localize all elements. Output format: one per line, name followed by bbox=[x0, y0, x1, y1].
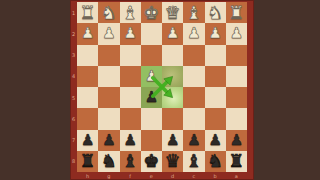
square-b2[interactable]: ♟ bbox=[205, 23, 226, 44]
file-label-h: h bbox=[77, 172, 98, 180]
square-a5[interactable] bbox=[226, 87, 247, 108]
square-b4[interactable] bbox=[205, 66, 226, 87]
square-c7[interactable]: ♟ bbox=[183, 130, 204, 151]
piece-black-pawn-c7[interactable]: ♟ bbox=[183, 130, 204, 151]
piece-black-bishop-f8[interactable]: ♝ bbox=[120, 151, 141, 172]
square-g7[interactable]: ♟ bbox=[98, 130, 119, 151]
piece-white-pawn-a2[interactable]: ♟ bbox=[226, 23, 247, 44]
piece-white-pawn-g2[interactable]: ♟ bbox=[98, 23, 119, 44]
square-f2[interactable]: ♟ bbox=[120, 23, 141, 44]
square-f5[interactable] bbox=[120, 87, 141, 108]
piece-black-pawn-e5[interactable]: ♟ bbox=[141, 87, 162, 108]
square-h6[interactable] bbox=[77, 108, 98, 129]
rank-label-8: 8 bbox=[70, 151, 77, 172]
piece-black-pawn-a7[interactable]: ♟ bbox=[226, 130, 247, 151]
rank-label-6: 6 bbox=[70, 108, 77, 129]
square-a2[interactable]: ♟ bbox=[226, 23, 247, 44]
square-c4[interactable] bbox=[183, 66, 204, 87]
file-label-f: f bbox=[120, 172, 141, 180]
piece-black-king-e8[interactable]: ♚ bbox=[141, 151, 162, 172]
file-labels: hgfedcba bbox=[77, 172, 247, 180]
piece-black-pawn-d7[interactable]: ♟ bbox=[162, 130, 183, 151]
square-d1[interactable]: ♛ bbox=[162, 2, 183, 23]
file-label-a: a bbox=[226, 172, 247, 180]
file-label-d: d bbox=[162, 172, 183, 180]
square-f3[interactable] bbox=[120, 45, 141, 66]
square-d7[interactable]: ♟ bbox=[162, 130, 183, 151]
square-h8[interactable]: ♜ bbox=[77, 151, 98, 172]
square-c6[interactable] bbox=[183, 108, 204, 129]
square-e3[interactable] bbox=[141, 45, 162, 66]
square-e7[interactable] bbox=[141, 130, 162, 151]
chess-board-frame: 12345678 hgfedcba ♜♞♝♚♛♝♞♜♟♟♟♟♟♟♟♟♟♟♟♟♟♟… bbox=[70, 0, 254, 180]
square-c3[interactable] bbox=[183, 45, 204, 66]
piece-black-knight-g8[interactable]: ♞ bbox=[98, 151, 119, 172]
piece-black-queen-d8[interactable]: ♛ bbox=[162, 151, 183, 172]
square-e8[interactable]: ♚ bbox=[141, 151, 162, 172]
piece-black-pawn-f7[interactable]: ♟ bbox=[120, 130, 141, 151]
square-c8[interactable]: ♝ bbox=[183, 151, 204, 172]
square-e1[interactable]: ♚ bbox=[141, 2, 162, 23]
piece-black-bishop-c8[interactable]: ♝ bbox=[183, 151, 204, 172]
square-f7[interactable]: ♟ bbox=[120, 130, 141, 151]
piece-white-knight-g1[interactable]: ♞ bbox=[98, 2, 119, 23]
square-e6[interactable] bbox=[141, 108, 162, 129]
square-b3[interactable] bbox=[205, 45, 226, 66]
rank-label-1: 1 bbox=[70, 2, 77, 23]
square-h3[interactable] bbox=[77, 45, 98, 66]
square-h2[interactable]: ♟ bbox=[77, 23, 98, 44]
square-d5[interactable] bbox=[162, 87, 183, 108]
square-a7[interactable]: ♟ bbox=[226, 130, 247, 151]
piece-black-pawn-h7[interactable]: ♟ bbox=[77, 130, 98, 151]
rank-label-2: 2 bbox=[70, 23, 77, 44]
piece-white-queen-d1[interactable]: ♛ bbox=[162, 2, 183, 23]
piece-black-rook-a8[interactable]: ♜ bbox=[226, 151, 247, 172]
square-e4[interactable]: ♟ bbox=[141, 66, 162, 87]
piece-black-knight-b8[interactable]: ♞ bbox=[205, 151, 226, 172]
square-f4[interactable] bbox=[120, 66, 141, 87]
rank-labels: 12345678 bbox=[70, 2, 77, 172]
piece-black-rook-h8[interactable]: ♜ bbox=[77, 151, 98, 172]
square-g8[interactable]: ♞ bbox=[98, 151, 119, 172]
square-e5[interactable]: ♟ bbox=[141, 87, 162, 108]
file-label-b: b bbox=[205, 172, 226, 180]
rank-label-4: 4 bbox=[70, 66, 77, 87]
rank-label-5: 5 bbox=[70, 87, 77, 108]
square-f8[interactable]: ♝ bbox=[120, 151, 141, 172]
square-g6[interactable] bbox=[98, 108, 119, 129]
square-a1[interactable]: ♜ bbox=[226, 2, 247, 23]
square-d6[interactable] bbox=[162, 108, 183, 129]
square-h7[interactable]: ♟ bbox=[77, 130, 98, 151]
piece-white-rook-a1[interactable]: ♜ bbox=[226, 2, 247, 23]
piece-white-rook-h1[interactable]: ♜ bbox=[77, 2, 98, 23]
square-c1[interactable]: ♝ bbox=[183, 2, 204, 23]
square-h1[interactable]: ♜ bbox=[77, 2, 98, 23]
square-a8[interactable]: ♜ bbox=[226, 151, 247, 172]
square-h5[interactable] bbox=[77, 87, 98, 108]
square-d8[interactable]: ♛ bbox=[162, 151, 183, 172]
square-b7[interactable]: ♟ bbox=[205, 130, 226, 151]
square-h4[interactable] bbox=[77, 66, 98, 87]
square-e2[interactable] bbox=[141, 23, 162, 44]
piece-white-pawn-h2[interactable]: ♟ bbox=[77, 23, 98, 44]
file-label-c: c bbox=[183, 172, 204, 180]
square-d2[interactable]: ♟ bbox=[162, 23, 183, 44]
square-g5[interactable] bbox=[98, 87, 119, 108]
square-a6[interactable] bbox=[226, 108, 247, 129]
piece-white-bishop-c1[interactable]: ♝ bbox=[183, 2, 204, 23]
square-g2[interactable]: ♟ bbox=[98, 23, 119, 44]
square-d4[interactable] bbox=[162, 66, 183, 87]
rank-label-3: 3 bbox=[70, 45, 77, 66]
file-label-e: e bbox=[141, 172, 162, 180]
piece-white-pawn-b2[interactable]: ♟ bbox=[205, 23, 226, 44]
piece-white-pawn-e4[interactable]: ♟ bbox=[141, 66, 162, 87]
square-c2[interactable]: ♟ bbox=[183, 23, 204, 44]
square-d3[interactable] bbox=[162, 45, 183, 66]
piece-black-pawn-b7[interactable]: ♟ bbox=[205, 130, 226, 151]
piece-white-pawn-f2[interactable]: ♟ bbox=[120, 23, 141, 44]
square-g3[interactable] bbox=[98, 45, 119, 66]
piece-black-pawn-g7[interactable]: ♟ bbox=[98, 130, 119, 151]
piece-white-bishop-f1[interactable]: ♝ bbox=[120, 2, 141, 23]
screenshot-stage: 12345678 hgfedcba ♜♞♝♚♛♝♞♜♟♟♟♟♟♟♟♟♟♟♟♟♟♟… bbox=[0, 0, 320, 180]
square-g1[interactable]: ♞ bbox=[98, 2, 119, 23]
square-f6[interactable] bbox=[120, 108, 141, 129]
square-b6[interactable] bbox=[205, 108, 226, 129]
piece-white-knight-b1[interactable]: ♞ bbox=[205, 2, 226, 23]
square-a4[interactable] bbox=[226, 66, 247, 87]
square-b1[interactable]: ♞ bbox=[205, 2, 226, 23]
square-b5[interactable] bbox=[205, 87, 226, 108]
square-g4[interactable] bbox=[98, 66, 119, 87]
piece-white-pawn-d2[interactable]: ♟ bbox=[162, 23, 183, 44]
piece-white-pawn-c2[interactable]: ♟ bbox=[183, 23, 204, 44]
square-b8[interactable]: ♞ bbox=[205, 151, 226, 172]
file-label-g: g bbox=[98, 172, 119, 180]
piece-white-king-e1[interactable]: ♚ bbox=[141, 2, 162, 23]
rank-label-7: 7 bbox=[70, 130, 77, 151]
chess-board[interactable]: ♜♞♝♚♛♝♞♜♟♟♟♟♟♟♟♟♟♟♟♟♟♟♟♟♜♞♝♚♛♝♞♜ bbox=[77, 2, 247, 172]
square-f1[interactable]: ♝ bbox=[120, 2, 141, 23]
square-a3[interactable] bbox=[226, 45, 247, 66]
square-c5[interactable] bbox=[183, 87, 204, 108]
